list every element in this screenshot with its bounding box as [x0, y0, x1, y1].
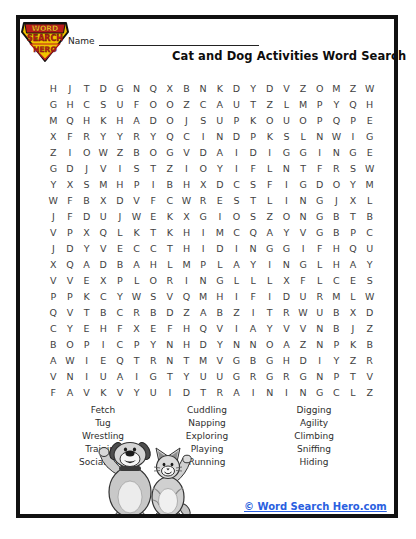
grid-cell[interactable]: U: [361, 240, 378, 256]
grid-cell[interactable]: F: [311, 161, 328, 177]
grid-cell[interactable]: L: [261, 193, 278, 209]
grid-cell[interactable]: K: [261, 129, 278, 145]
grid-cell[interactable]: T: [245, 97, 262, 113]
grid-cell[interactable]: I: [261, 256, 278, 272]
grid-cell[interactable]: H: [178, 225, 195, 241]
grid-cell[interactable]: P: [345, 225, 362, 241]
grid-cell[interactable]: B: [328, 209, 345, 225]
grid-cell[interactable]: Z: [345, 352, 362, 368]
grid-cell[interactable]: G: [311, 225, 328, 241]
grid-cell[interactable]: P: [62, 288, 79, 304]
grid-cell[interactable]: Q: [62, 113, 79, 129]
grid-cell[interactable]: P: [128, 177, 145, 193]
grid-cell[interactable]: L: [112, 225, 129, 241]
grid-cell[interactable]: K: [162, 209, 179, 225]
grid-cell[interactable]: A: [128, 256, 145, 272]
grid-cell[interactable]: W: [128, 288, 145, 304]
grid-cell[interactable]: T: [78, 81, 95, 97]
grid-cell[interactable]: T: [245, 193, 262, 209]
grid-cell[interactable]: R: [78, 129, 95, 145]
grid-cell[interactable]: H: [328, 256, 345, 272]
grid-cell[interactable]: E: [145, 209, 162, 225]
grid-cell[interactable]: N: [295, 209, 312, 225]
grid-cell[interactable]: A: [112, 368, 129, 384]
grid-cell[interactable]: G: [295, 368, 312, 384]
grid-cell[interactable]: W: [361, 288, 378, 304]
grid-cell[interactable]: G: [278, 240, 295, 256]
grid-cell[interactable]: I: [345, 129, 362, 145]
grid-cell[interactable]: N: [278, 161, 295, 177]
grid-cell[interactable]: C: [112, 304, 129, 320]
grid-cell[interactable]: Y: [62, 320, 79, 336]
grid-cell[interactable]: Q: [95, 225, 112, 241]
grid-cell[interactable]: R: [128, 304, 145, 320]
grid-cell[interactable]: G: [195, 209, 212, 225]
grid-cell[interactable]: G: [45, 161, 62, 177]
grid-cell[interactable]: G: [295, 256, 312, 272]
grid-cell[interactable]: T: [345, 368, 362, 384]
grid-cell[interactable]: F: [62, 129, 79, 145]
grid-cell[interactable]: V: [211, 320, 228, 336]
grid-cell[interactable]: G: [261, 352, 278, 368]
grid-cell[interactable]: B: [45, 336, 62, 352]
grid-cell[interactable]: H: [45, 81, 62, 97]
grid-cell[interactable]: L: [311, 256, 328, 272]
grid-cell[interactable]: S: [245, 177, 262, 193]
grid-cell[interactable]: K: [128, 225, 145, 241]
grid-cell[interactable]: V: [211, 352, 228, 368]
grid-cell[interactable]: I: [228, 240, 245, 256]
grid-cell[interactable]: O: [295, 113, 312, 129]
grid-cell[interactable]: Q: [62, 256, 79, 272]
grid-cell[interactable]: V: [128, 193, 145, 209]
grid-cell[interactable]: X: [345, 304, 362, 320]
grid-cell[interactable]: I: [228, 288, 245, 304]
grid-cell[interactable]: B: [361, 336, 378, 352]
grid-cell[interactable]: B: [361, 209, 378, 225]
grid-cell[interactable]: H: [178, 320, 195, 336]
grid-cell[interactable]: G: [311, 209, 328, 225]
grid-cell[interactable]: Y: [112, 129, 129, 145]
grid-cell[interactable]: D: [162, 304, 179, 320]
grid-cell[interactable]: Y: [145, 336, 162, 352]
grid-cell[interactable]: G: [45, 97, 62, 113]
grid-cell[interactable]: G: [261, 240, 278, 256]
grid-cell[interactable]: A: [45, 352, 62, 368]
grid-cell[interactable]: I: [145, 177, 162, 193]
grid-cell[interactable]: O: [62, 336, 79, 352]
grid-cell[interactable]: V: [45, 272, 62, 288]
grid-cell[interactable]: T: [162, 368, 179, 384]
grid-cell[interactable]: D: [278, 288, 295, 304]
grid-cell[interactable]: E: [145, 320, 162, 336]
grid-cell[interactable]: G: [145, 368, 162, 384]
grid-cell[interactable]: S: [78, 177, 95, 193]
grid-cell[interactable]: X: [195, 177, 212, 193]
grid-cell[interactable]: D: [295, 352, 312, 368]
grid-cell[interactable]: O: [261, 113, 278, 129]
grid-cell[interactable]: N: [311, 368, 328, 384]
grid-cell[interactable]: C: [195, 97, 212, 113]
grid-cell[interactable]: C: [112, 336, 129, 352]
grid-cell[interactable]: Y: [361, 256, 378, 272]
grid-cell[interactable]: O: [145, 145, 162, 161]
grid-cell[interactable]: R: [128, 129, 145, 145]
grid-cell[interactable]: R: [278, 304, 295, 320]
grid-cell[interactable]: Q: [195, 320, 212, 336]
grid-cell[interactable]: X: [278, 272, 295, 288]
grid-cell[interactable]: D: [261, 81, 278, 97]
grid-cell[interactable]: K: [162, 225, 179, 241]
grid-cell[interactable]: N: [228, 336, 245, 352]
grid-cell[interactable]: K: [95, 113, 112, 129]
grid-cell[interactable]: A: [128, 113, 145, 129]
grid-cell[interactable]: F: [145, 193, 162, 209]
grid-cell[interactable]: V: [62, 272, 79, 288]
grid-cell[interactable]: I: [261, 288, 278, 304]
grid-cell[interactable]: Q: [162, 129, 179, 145]
grid-cell[interactable]: M: [45, 113, 62, 129]
grid-cell[interactable]: C: [78, 97, 95, 113]
grid-cell[interactable]: D: [211, 240, 228, 256]
grid-cell[interactable]: R: [311, 288, 328, 304]
grid-cell[interactable]: J: [45, 209, 62, 225]
grid-cell[interactable]: N: [162, 336, 179, 352]
grid-cell[interactable]: V: [162, 288, 179, 304]
grid-cell[interactable]: M: [195, 352, 212, 368]
grid-cell[interactable]: M: [95, 177, 112, 193]
grid-cell[interactable]: H: [361, 97, 378, 113]
grid-cell[interactable]: Y: [245, 256, 262, 272]
grid-cell[interactable]: U: [211, 368, 228, 384]
grid-cell[interactable]: T: [162, 240, 179, 256]
grid-cell[interactable]: Q: [245, 225, 262, 241]
grid-cell[interactable]: U: [311, 304, 328, 320]
grid-cell[interactable]: I: [195, 240, 212, 256]
grid-cell[interactable]: Z: [345, 81, 362, 97]
grid-cell[interactable]: W: [95, 145, 112, 161]
grid-cell[interactable]: N: [245, 336, 262, 352]
grid-cell[interactable]: G: [345, 145, 362, 161]
grid-cell[interactable]: T: [195, 384, 212, 400]
grid-cell[interactable]: H: [95, 320, 112, 336]
grid-cell[interactable]: Y: [128, 384, 145, 400]
grid-cell[interactable]: T: [78, 304, 95, 320]
grid-cell[interactable]: I: [95, 336, 112, 352]
grid-cell[interactable]: N: [311, 336, 328, 352]
grid-cell[interactable]: Z: [228, 304, 245, 320]
grid-cell[interactable]: C: [95, 288, 112, 304]
grid-cell[interactable]: J: [45, 240, 62, 256]
grid-cell[interactable]: I: [228, 320, 245, 336]
grid-cell[interactable]: Z: [361, 384, 378, 400]
grid-cell[interactable]: X: [45, 256, 62, 272]
grid-cell[interactable]: L: [361, 193, 378, 209]
grid-cell[interactable]: Y: [278, 225, 295, 241]
grid-cell[interactable]: H: [178, 336, 195, 352]
grid-cell[interactable]: G: [228, 368, 245, 384]
grid-cell[interactable]: C: [178, 129, 195, 145]
grid-cell[interactable]: X: [128, 320, 145, 336]
grid-cell[interactable]: Y: [178, 368, 195, 384]
grid-cell[interactable]: R: [328, 161, 345, 177]
grid-cell[interactable]: O: [195, 161, 212, 177]
grid-cell[interactable]: C: [145, 240, 162, 256]
grid-cell[interactable]: X: [95, 272, 112, 288]
grid-cell[interactable]: D: [211, 177, 228, 193]
grid-cell[interactable]: V: [95, 161, 112, 177]
grid-cell[interactable]: H: [178, 177, 195, 193]
grid-cell[interactable]: B: [128, 145, 145, 161]
grid-cell[interactable]: A: [211, 145, 228, 161]
grid-cell[interactable]: W: [295, 304, 312, 320]
grid-cell[interactable]: W: [361, 161, 378, 177]
grid-cell[interactable]: I: [245, 384, 262, 400]
grid-cell[interactable]: E: [345, 272, 362, 288]
grid-cell[interactable]: O: [311, 81, 328, 97]
grid-cell[interactable]: Y: [261, 320, 278, 336]
grid-cell[interactable]: C: [45, 320, 62, 336]
grid-cell[interactable]: J: [328, 193, 345, 209]
grid-cell[interactable]: N: [328, 145, 345, 161]
grid-cell[interactable]: Y: [211, 161, 228, 177]
grid-cell[interactable]: G: [162, 145, 179, 161]
grid-cell[interactable]: D: [195, 336, 212, 352]
grid-cell[interactable]: N: [311, 129, 328, 145]
grid-cell[interactable]: G: [112, 81, 129, 97]
grid-cell[interactable]: U: [295, 288, 312, 304]
grid-cell[interactable]: Z: [112, 145, 129, 161]
grid-cell[interactable]: G: [261, 368, 278, 384]
grid-cell[interactable]: I: [211, 209, 228, 225]
grid-cell[interactable]: Q: [112, 352, 129, 368]
grid-cell[interactable]: S: [228, 193, 245, 209]
grid-cell[interactable]: I: [311, 145, 328, 161]
grid-cell[interactable]: V: [178, 145, 195, 161]
grid-cell[interactable]: B: [145, 304, 162, 320]
grid-cell[interactable]: M: [361, 177, 378, 193]
grid-cell[interactable]: C: [128, 240, 145, 256]
grid-cell[interactable]: H: [112, 177, 129, 193]
grid-cell[interactable]: P: [328, 368, 345, 384]
grid-cell[interactable]: O: [145, 272, 162, 288]
grid-cell[interactable]: A: [245, 320, 262, 336]
grid-cell[interactable]: T: [145, 225, 162, 241]
grid-cell[interactable]: C: [328, 272, 345, 288]
grid-cell[interactable]: L: [261, 272, 278, 288]
grid-cell[interactable]: Q: [145, 81, 162, 97]
grid-cell[interactable]: I: [261, 145, 278, 161]
grid-cell[interactable]: S: [245, 209, 262, 225]
grid-cell[interactable]: Z: [295, 81, 312, 97]
grid-cell[interactable]: G: [278, 145, 295, 161]
grid-cell[interactable]: N: [195, 81, 212, 97]
grid-cell[interactable]: U: [211, 113, 228, 129]
grid-cell[interactable]: D: [145, 113, 162, 129]
grid-cell[interactable]: A: [62, 384, 79, 400]
grid-cell[interactable]: P: [195, 256, 212, 272]
grid-cell[interactable]: O: [162, 97, 179, 113]
grid-cell[interactable]: B: [178, 81, 195, 97]
grid-cell[interactable]: I: [178, 272, 195, 288]
grid-cell[interactable]: J: [62, 81, 79, 97]
grid-cell[interactable]: W: [361, 81, 378, 97]
grid-cell[interactable]: V: [45, 368, 62, 384]
grid-cell[interactable]: V: [295, 320, 312, 336]
grid-cell[interactable]: E: [361, 113, 378, 129]
grid-cell[interactable]: N: [261, 384, 278, 400]
grid-cell[interactable]: N: [295, 193, 312, 209]
grid-cell[interactable]: B: [245, 352, 262, 368]
grid-cell[interactable]: S: [95, 97, 112, 113]
grid-cell[interactable]: D: [228, 129, 245, 145]
grid-cell[interactable]: F: [245, 161, 262, 177]
grid-cell[interactable]: O: [228, 209, 245, 225]
grid-cell[interactable]: H: [78, 113, 95, 129]
grid-cell[interactable]: N: [62, 368, 79, 384]
grid-cell[interactable]: F: [128, 97, 145, 113]
grid-cell[interactable]: R: [145, 352, 162, 368]
grid-cell[interactable]: R: [278, 368, 295, 384]
grid-cell[interactable]: I: [295, 240, 312, 256]
grid-cell[interactable]: P: [245, 129, 262, 145]
grid-cell[interactable]: S: [361, 272, 378, 288]
grid-cell[interactable]: L: [295, 129, 312, 145]
grid-cell[interactable]: I: [228, 161, 245, 177]
grid-cell[interactable]: F: [311, 240, 328, 256]
grid-cell[interactable]: N: [295, 384, 312, 400]
grid-cell[interactable]: I: [162, 384, 179, 400]
grid-cell[interactable]: W: [328, 129, 345, 145]
grid-cell[interactable]: Z: [361, 320, 378, 336]
grid-cell[interactable]: A: [195, 304, 212, 320]
grid-cell[interactable]: F: [62, 209, 79, 225]
grid-cell[interactable]: J: [78, 161, 95, 177]
grid-cell[interactable]: V: [45, 225, 62, 241]
grid-cell[interactable]: X: [345, 193, 362, 209]
grid-cell[interactable]: Z: [162, 161, 179, 177]
grid-cell[interactable]: Y: [112, 288, 129, 304]
grid-cell[interactable]: D: [245, 145, 262, 161]
grid-cell[interactable]: Z: [45, 145, 62, 161]
grid-cell[interactable]: N: [195, 272, 212, 288]
grid-cell[interactable]: P: [112, 272, 129, 288]
grid-cell[interactable]: L: [345, 384, 362, 400]
grid-cell[interactable]: V: [78, 384, 95, 400]
grid-cell[interactable]: Y: [245, 81, 262, 97]
grid-cell[interactable]: B: [78, 193, 95, 209]
grid-cell[interactable]: A: [211, 97, 228, 113]
grid-cell[interactable]: I: [78, 368, 95, 384]
grid-cell[interactable]: O: [278, 209, 295, 225]
grid-cell[interactable]: W: [62, 352, 79, 368]
grid-cell[interactable]: L: [278, 97, 295, 113]
grid-cell[interactable]: D: [62, 240, 79, 256]
grid-cell[interactable]: I: [178, 161, 195, 177]
grid-cell[interactable]: R: [195, 193, 212, 209]
grid-cell[interactable]: C: [228, 225, 245, 241]
grid-cell[interactable]: S: [128, 161, 145, 177]
grid-cell[interactable]: Q: [178, 288, 195, 304]
grid-cell[interactable]: M: [328, 288, 345, 304]
grid-cell[interactable]: V: [361, 368, 378, 384]
grid-cell[interactable]: U: [145, 384, 162, 400]
grid-cell[interactable]: M: [328, 81, 345, 97]
grid-cell[interactable]: F: [62, 193, 79, 209]
grid-cell[interactable]: A: [278, 336, 295, 352]
grid-cell[interactable]: O: [145, 97, 162, 113]
grid-cell[interactable]: W: [45, 193, 62, 209]
grid-cell[interactable]: Z: [178, 97, 195, 113]
grid-cell[interactable]: Y: [45, 177, 62, 193]
grid-cell[interactable]: N: [128, 81, 145, 97]
grid-cell[interactable]: R: [361, 352, 378, 368]
grid-cell[interactable]: C: [162, 193, 179, 209]
grid-cell[interactable]: V: [295, 225, 312, 241]
grid-cell[interactable]: R: [162, 272, 179, 288]
grid-cell[interactable]: Z: [295, 336, 312, 352]
grid-cell[interactable]: L: [211, 256, 228, 272]
grid-cell[interactable]: Z: [261, 209, 278, 225]
grid-cell[interactable]: R: [245, 368, 262, 384]
grid-cell[interactable]: M: [178, 256, 195, 272]
grid-cell[interactable]: D: [311, 177, 328, 193]
grid-cell[interactable]: B: [328, 304, 345, 320]
grid-cell[interactable]: P: [78, 336, 95, 352]
grid-cell[interactable]: N: [278, 256, 295, 272]
grid-cell[interactable]: Y: [78, 240, 95, 256]
grid-cell[interactable]: K: [78, 288, 95, 304]
grid-cell[interactable]: P: [45, 288, 62, 304]
grid-cell[interactable]: G: [228, 352, 245, 368]
grid-cell[interactable]: D: [361, 304, 378, 320]
grid-cell[interactable]: G: [311, 384, 328, 400]
footer-link[interactable]: © Word Search Hero.com: [244, 501, 387, 512]
grid-cell[interactable]: D: [62, 161, 79, 177]
grid-cell[interactable]: P: [62, 225, 79, 241]
grid-cell[interactable]: H: [145, 256, 162, 272]
grid-cell[interactable]: N: [162, 352, 179, 368]
grid-cell[interactable]: F: [295, 272, 312, 288]
grid-cell[interactable]: L: [345, 288, 362, 304]
grid-cell[interactable]: X: [178, 209, 195, 225]
grid-cell[interactable]: G: [211, 272, 228, 288]
grid-cell[interactable]: I: [195, 225, 212, 241]
grid-cell[interactable]: X: [62, 177, 79, 193]
grid-cell[interactable]: O: [162, 113, 179, 129]
grid-cell[interactable]: T: [345, 209, 362, 225]
grid-cell[interactable]: H: [278, 352, 295, 368]
grid-cell[interactable]: A: [228, 256, 245, 272]
grid-cell[interactable]: Y: [145, 129, 162, 145]
grid-cell[interactable]: G: [361, 129, 378, 145]
grid-cell[interactable]: T: [178, 352, 195, 368]
grid-cell[interactable]: M: [211, 225, 228, 241]
grid-cell[interactable]: H: [211, 288, 228, 304]
grid-cell[interactable]: U: [195, 368, 212, 384]
grid-cell[interactable]: B: [211, 304, 228, 320]
grid-cell[interactable]: L: [162, 256, 179, 272]
grid-cell[interactable]: V: [62, 304, 79, 320]
grid-cell[interactable]: O: [78, 145, 95, 161]
grid-cell[interactable]: D: [95, 81, 112, 97]
grid-cell[interactable]: I: [78, 352, 95, 368]
grid-cell[interactable]: K: [245, 113, 262, 129]
grid-cell[interactable]: T: [145, 161, 162, 177]
grid-cell[interactable]: C: [328, 384, 345, 400]
grid-cell[interactable]: V: [278, 81, 295, 97]
grid-cell[interactable]: P: [345, 113, 362, 129]
